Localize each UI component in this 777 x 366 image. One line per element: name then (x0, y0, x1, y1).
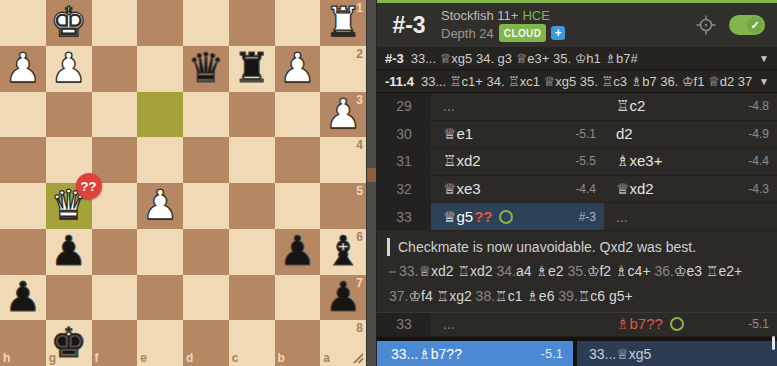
black-move[interactable]: ♕xd2-4.3 (604, 176, 777, 203)
square-c6[interactable] (229, 229, 275, 275)
square-g2[interactable]: ♟ (46, 46, 92, 92)
line-score: #-3 (385, 51, 404, 66)
move-number: 33 (377, 203, 431, 230)
engine-line-1[interactable]: #-3 33... ♕xg5 34. g3 ♕e3+ 35. ♔h1 ♗b7# … (377, 47, 777, 70)
square-b5[interactable] (275, 183, 321, 229)
black-move[interactable]: ♖c2-4.8 (604, 93, 777, 120)
add-line-button[interactable]: + (551, 26, 565, 40)
played-move-button[interactable]: 33...♗b7?? -5.1 (377, 341, 573, 366)
line-moves: 33... ♖c1+ 34. ♖xc1 ♕xg5 35. ♖c3 ♗b7 36.… (421, 74, 752, 89)
engine-meta: Stockfish 11+HCE Depth 24 CLOUD + (441, 8, 565, 42)
square-a2[interactable]: 2 (320, 46, 366, 92)
chevron-down-icon[interactable]: ▼ (759, 76, 769, 87)
white-move[interactable]: ... (431, 93, 604, 120)
square-d3[interactable] (183, 92, 229, 138)
square-c3[interactable] (229, 92, 275, 138)
engine-header: #-3 Stockfish 11+HCE Depth 24 CLOUD + (377, 0, 777, 47)
square-c1[interactable] (229, 0, 275, 46)
square-f1[interactable] (92, 0, 138, 46)
move-number: 32 (377, 176, 431, 203)
square-c8[interactable]: c (229, 320, 275, 366)
square-g6[interactable]: ♟ (46, 229, 92, 275)
square-h7[interactable]: ♟ (0, 275, 46, 321)
square-h2[interactable]: ♟ (0, 46, 46, 92)
best-move-button[interactable]: 33...♕xg5 (577, 341, 777, 366)
square-b8[interactable]: b (275, 320, 321, 366)
square-g3[interactable] (46, 92, 92, 138)
square-f3[interactable] (92, 92, 138, 138)
white-move-selected[interactable]: ♕g5?? #-3 (431, 203, 604, 230)
square-a1[interactable]: ♜1 (320, 0, 366, 46)
file-label-d: d (186, 352, 193, 364)
rank-label-4: 4 (356, 139, 363, 151)
variation-dash (389, 271, 396, 273)
move-number: 30 (377, 121, 431, 148)
move-row-33: 33 ♕g5?? #-3 ... (377, 203, 777, 231)
square-e5[interactable]: ♟ (137, 183, 183, 229)
divider-scroll-thumb[interactable] (367, 168, 376, 182)
white-pawn-e5[interactable]: ♟ (137, 183, 183, 229)
square-d2[interactable]: ♛ (183, 46, 229, 92)
square-b7[interactable] (275, 275, 321, 321)
square-a3[interactable]: ♟3 (320, 92, 366, 138)
move-number: 33 (377, 313, 431, 336)
square-h3[interactable] (0, 92, 46, 138)
engine-eval-type: HCE (522, 8, 549, 23)
square-d6[interactable] (183, 229, 229, 275)
square-e2[interactable] (137, 46, 183, 92)
black-pawn-g6[interactable]: ♟ (46, 229, 92, 275)
panel-scrollbar[interactable] (772, 336, 775, 350)
square-h4[interactable] (0, 137, 46, 183)
square-a6[interactable]: ♝6 (320, 229, 366, 275)
engine-line-2[interactable]: -11.4 33... ♖c1+ 34. ♖xc1 ♕xg5 35. ♖c3 ♗… (377, 70, 777, 93)
black-pawn-h7[interactable]: ♟ (0, 275, 46, 321)
white-move[interactable]: ♕xe3-4.4 (431, 176, 604, 203)
crosshair-icon[interactable] (695, 14, 717, 36)
move-list: 29 ... ♖c2-4.8 30 ♕e1-5.1 d2-4.9 31 ♖xd2… (377, 93, 777, 231)
rank-label-6: 6 (356, 231, 363, 243)
chess-board[interactable]: ?? ♚♜1♟♟♛♜♟2♟34♛♟5♟♟♝6♟♟7h♚gfedcba8 (0, 0, 366, 366)
line-score: -11.4 (385, 74, 414, 89)
square-d8[interactable]: d (183, 320, 229, 366)
square-a5[interactable]: 5 (320, 183, 366, 229)
engine-toggle[interactable]: ✓ (729, 15, 765, 35)
engine-score: #-3 (377, 12, 441, 39)
square-a4[interactable]: 4 (320, 137, 366, 183)
square-d1[interactable] (183, 0, 229, 46)
rank-label-3: 3 (356, 94, 363, 106)
square-c2[interactable]: ♜ (229, 46, 275, 92)
square-d5[interactable] (183, 183, 229, 229)
square-h6[interactable] (0, 229, 46, 275)
line-moves: 33... ♕xg5 34. g3 ♕e3+ 35. ♔h1 ♗b7# (411, 51, 752, 66)
white-move[interactable]: ♕e1-5.1 (431, 121, 604, 148)
analysis-app: ?? ♚♜1♟♟♛♜♟2♟34♛♟5♟♟♝6♟♟7h♚gfedcba8 #-3 … (0, 0, 777, 366)
rank-label-7: 7 (356, 277, 363, 289)
move-row-29: 29 ... ♖c2-4.8 (377, 93, 777, 121)
square-g7[interactable] (46, 275, 92, 321)
square-f6[interactable] (92, 229, 138, 275)
move-number: 29 (377, 93, 431, 120)
square-e6[interactable] (137, 229, 183, 275)
square-h5[interactable] (0, 183, 46, 229)
black-queen-d2[interactable]: ♛ (183, 46, 229, 92)
white-move[interactable]: ... (431, 313, 604, 336)
black-pawn-b6[interactable]: ♟ (275, 229, 321, 275)
white-move[interactable]: ♖xd2-5.5 (431, 148, 604, 175)
black-move[interactable]: d2-4.9 (604, 121, 777, 148)
annotation-variation[interactable]: 33.♕xd2 ♖xd2 34.a4 ♗e2 35.♔f2 ♗c4+ 36.♔e… (387, 259, 763, 309)
square-c4[interactable] (229, 137, 275, 183)
square-g1[interactable]: ♚ (46, 0, 92, 46)
rank-label-5: 5 (356, 185, 363, 197)
move-number: 31 (377, 148, 431, 175)
move-row-30: 30 ♕e1-5.1 d2-4.9 (377, 121, 777, 149)
square-b2[interactable]: ♟ (275, 46, 321, 92)
square-a7[interactable]: ♟7 (320, 275, 366, 321)
file-label-h: h (3, 352, 10, 364)
white-pawn-b2[interactable]: ♟ (275, 46, 321, 92)
file-label-a: a (323, 352, 330, 364)
blunder-nag: ?? (474, 208, 492, 225)
resize-handle-icon[interactable] (352, 352, 364, 364)
square-d4[interactable] (183, 137, 229, 183)
blunder-ring-icon (499, 210, 513, 224)
engine-depth: Depth 24 (441, 26, 494, 41)
quote-bar (387, 238, 390, 256)
move-row-32: 32 ♕xe3-4.4 ♕xd2-4.3 (377, 176, 777, 204)
engine-panel: #-3 Stockfish 11+HCE Depth 24 CLOUD + (377, 0, 777, 366)
chevron-down-icon[interactable]: ▼ (759, 53, 769, 64)
white-pawn-h2[interactable]: ♟ (0, 46, 46, 92)
square-b1[interactable] (275, 0, 321, 46)
annotation-block: Checkmate is now unavoidable. Qxd2 was b… (377, 231, 777, 312)
rank-label-1: 1 (356, 2, 363, 14)
file-label-e: e (140, 352, 147, 364)
blunder-ring-icon (670, 317, 684, 331)
square-b4[interactable] (275, 137, 321, 183)
square-h8[interactable]: h (0, 320, 46, 366)
check-icon: ✓ (747, 17, 763, 33)
blunder-badge: ?? (76, 173, 102, 199)
square-f7[interactable] (92, 275, 138, 321)
square-c5[interactable] (229, 183, 275, 229)
board-panel-divider[interactable] (366, 0, 377, 366)
square-e4[interactable] (137, 137, 183, 183)
square-g8[interactable]: ♚g (46, 320, 92, 366)
cloud-badge: CLOUD (499, 24, 547, 42)
square-e3[interactable] (137, 92, 183, 138)
square-c7[interactable] (229, 275, 275, 321)
annotation-comment: Checkmate is now unavoidable. Qxd2 was b… (398, 239, 696, 255)
square-b6[interactable]: ♟ (275, 229, 321, 275)
square-e7[interactable] (137, 275, 183, 321)
file-label-g: g (49, 352, 56, 364)
move-row-33-alt: 33 ... ♗b7?? -5.1 (377, 312, 777, 337)
white-pawn-g2[interactable]: ♟ (46, 46, 92, 92)
square-e1[interactable] (137, 0, 183, 46)
rank-label-8: 8 (356, 322, 363, 334)
black-rook-c2[interactable]: ♜ (229, 46, 275, 92)
square-f8[interactable]: f (92, 320, 138, 366)
move-choice-bar: 33...♗b7?? -5.1 33...♕xg5 (377, 341, 777, 366)
white-king-g1[interactable]: ♚ (46, 0, 92, 46)
engine-name: Stockfish 11+ (441, 8, 518, 23)
square-b3[interactable] (275, 92, 321, 138)
square-e8[interactable]: e (137, 320, 183, 366)
black-move[interactable]: ♗xe3+-4.4 (604, 148, 777, 175)
file-label-c: c (232, 352, 239, 364)
square-d7[interactable] (183, 275, 229, 321)
black-move-blunder[interactable]: ♗b7?? -5.1 (604, 313, 777, 336)
square-f2[interactable] (92, 46, 138, 92)
rank-label-2: 2 (356, 48, 363, 60)
black-move[interactable]: ... (604, 203, 777, 230)
square-h1[interactable] (0, 0, 46, 46)
move-row-31: 31 ♖xd2-5.5 ♗xe3+-4.4 (377, 148, 777, 176)
file-label-b: b (278, 352, 285, 364)
file-label-f: f (95, 352, 99, 364)
